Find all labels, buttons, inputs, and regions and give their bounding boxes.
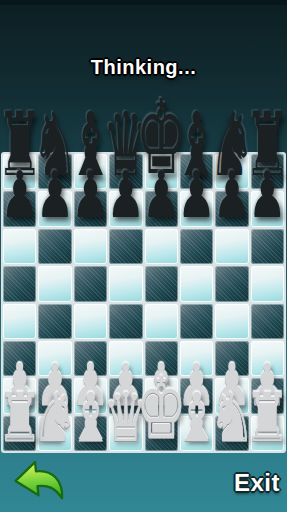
square-e7[interactable]: ♟ [145,191,178,226]
square-a6[interactable] [3,229,36,264]
square-b4[interactable] [38,304,71,339]
chess-board: ♜♞♝♛♚♝♞♜♟♟♟♟♟♟♟♟♟♟♟♟♟♟♟♟♜♞♝♛♚♝♞♜ [1,152,286,453]
square-f7[interactable]: ♟ [180,191,213,226]
piece-black-pawn[interactable]: ♟ [177,162,216,227]
game-screen: Thinking... ♜♞♝♛♚♝♞♜♟♟♟♟♟♟♟♟♟♟♟♟♟♟♟♟♜♞♝♛… [0,0,287,512]
square-g4[interactable] [215,304,248,339]
square-a7[interactable]: ♟ [3,191,36,226]
square-a4[interactable] [3,304,36,339]
square-c7[interactable]: ♟ [74,191,107,226]
square-h5[interactable] [251,266,284,301]
square-f4[interactable] [180,304,213,339]
piece-black-pawn[interactable]: ♟ [71,162,110,227]
square-d7[interactable]: ♟ [109,191,142,226]
square-e5[interactable] [145,266,178,301]
square-b7[interactable]: ♟ [38,191,71,226]
square-d5[interactable] [109,266,142,301]
square-c6[interactable] [74,229,107,264]
square-h6[interactable] [251,229,284,264]
square-a5[interactable] [3,266,36,301]
square-g5[interactable] [215,266,248,301]
square-f6[interactable] [180,229,213,264]
piece-black-pawn[interactable]: ♟ [107,162,146,227]
square-c4[interactable] [74,304,107,339]
square-c5[interactable] [74,266,107,301]
square-f5[interactable] [180,266,213,301]
square-b5[interactable] [38,266,71,301]
top-shade [0,0,287,5]
square-d6[interactable] [109,229,142,264]
piece-black-pawn[interactable]: ♟ [0,162,39,227]
square-h4[interactable] [251,304,284,339]
piece-black-pawn[interactable]: ♟ [248,162,287,227]
undo-arrow-icon [10,455,71,511]
square-b6[interactable] [38,229,71,264]
exit-button[interactable]: Exit [234,469,280,497]
square-g6[interactable] [215,229,248,264]
square-d4[interactable] [109,304,142,339]
square-g7[interactable]: ♟ [215,191,248,226]
status-text: Thinking... [0,56,287,79]
square-e6[interactable] [145,229,178,264]
piece-white-rook[interactable]: ♜ [244,383,287,451]
back-button[interactable] [12,458,68,508]
square-e4[interactable] [145,304,178,339]
square-h1[interactable]: ♜ [251,416,284,451]
piece-black-pawn[interactable]: ♟ [213,162,252,227]
square-h7[interactable]: ♟ [251,191,284,226]
piece-black-pawn[interactable]: ♟ [142,162,181,227]
piece-black-pawn[interactable]: ♟ [36,162,75,227]
